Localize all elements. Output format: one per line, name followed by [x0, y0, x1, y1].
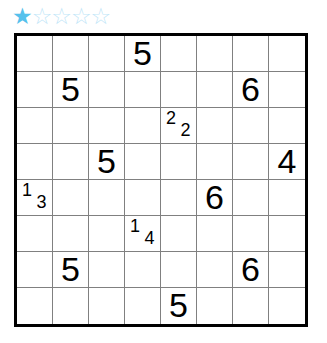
tapa-clue-number: 2 [181, 121, 191, 139]
cell-r8c5: 5 [161, 288, 197, 324]
cell-r2c5[interactable] [161, 72, 197, 108]
cell-r7c1[interactable] [17, 252, 53, 288]
cell-r5c4[interactable] [125, 180, 161, 216]
cell-r4c4[interactable] [125, 144, 161, 180]
tapa-clue-number: 5 [61, 252, 80, 286]
cell-r7c2: 5 [53, 252, 89, 288]
star-empty-icon: ☆ [71, 5, 91, 28]
cell-r3c7[interactable] [233, 108, 269, 144]
cell-r1c4: 5 [125, 36, 161, 72]
tapa-clue-number: 1 [130, 217, 140, 235]
cell-r4c8: 4 [269, 144, 305, 180]
cell-r5c2[interactable] [53, 180, 89, 216]
cell-r6c4: 14 [125, 216, 161, 252]
cell-r8c7[interactable] [233, 288, 269, 324]
cell-r8c2[interactable] [53, 288, 89, 324]
cell-r6c7[interactable] [233, 216, 269, 252]
cell-r7c6[interactable] [197, 252, 233, 288]
tapa-clue-number: 6 [241, 252, 260, 286]
cell-r2c6[interactable] [197, 72, 233, 108]
cell-r8c8[interactable] [269, 288, 305, 324]
cell-r5c1: 13 [17, 180, 53, 216]
cell-r1c6[interactable] [197, 36, 233, 72]
cell-r7c4[interactable] [125, 252, 161, 288]
cell-r3c4[interactable] [125, 108, 161, 144]
cell-r6c2[interactable] [53, 216, 89, 252]
cell-r7c5[interactable] [161, 252, 197, 288]
cell-r1c1[interactable] [17, 36, 53, 72]
cell-r1c2[interactable] [53, 36, 89, 72]
cell-r2c3[interactable] [89, 72, 125, 108]
cell-r4c3: 5 [89, 144, 125, 180]
cell-r5c7[interactable] [233, 180, 269, 216]
cell-r8c4[interactable] [125, 288, 161, 324]
cell-r8c3[interactable] [89, 288, 125, 324]
tapa-puzzle-page: ★☆☆☆☆ 556225413614565 [0, 0, 327, 343]
cell-r3c8[interactable] [269, 108, 305, 144]
cell-r4c2[interactable] [53, 144, 89, 180]
tapa-clue-number: 3 [37, 193, 47, 211]
cell-r1c5[interactable] [161, 36, 197, 72]
tapa-clue-number: 5 [133, 36, 152, 70]
cell-r8c1[interactable] [17, 288, 53, 324]
cell-r7c8[interactable] [269, 252, 305, 288]
difficulty-rating: ★☆☆☆☆ [12, 3, 110, 29]
star-empty-icon: ☆ [91, 5, 111, 28]
cell-r4c1[interactable] [17, 144, 53, 180]
cell-r1c7[interactable] [233, 36, 269, 72]
tapa-clue-number: 6 [205, 180, 224, 214]
cell-r2c2: 5 [53, 72, 89, 108]
cell-r3c1[interactable] [17, 108, 53, 144]
cell-r2c7: 6 [233, 72, 269, 108]
tapa-clue-number: 5 [61, 72, 80, 106]
cell-r3c5: 22 [161, 108, 197, 144]
cell-r6c8[interactable] [269, 216, 305, 252]
cell-r8c6[interactable] [197, 288, 233, 324]
star-filled-icon: ★ [12, 5, 32, 28]
cell-r3c3[interactable] [89, 108, 125, 144]
star-empty-icon: ☆ [51, 5, 71, 28]
cell-r1c3[interactable] [89, 36, 125, 72]
cell-r1c8[interactable] [269, 36, 305, 72]
cell-r2c8[interactable] [269, 72, 305, 108]
cell-r7c3[interactable] [89, 252, 125, 288]
cell-r4c6[interactable] [197, 144, 233, 180]
cell-r5c5[interactable] [161, 180, 197, 216]
cell-r3c2[interactable] [53, 108, 89, 144]
tapa-clue-number: 4 [145, 229, 155, 247]
cell-r4c5[interactable] [161, 144, 197, 180]
cell-r5c6: 6 [197, 180, 233, 216]
tapa-board: 556225413614565 [14, 33, 308, 327]
tapa-clue-number: 5 [169, 288, 188, 322]
tapa-clue-number: 6 [241, 72, 260, 106]
cell-r4c7[interactable] [233, 144, 269, 180]
cell-r7c7: 6 [233, 252, 269, 288]
tapa-clue-number: 4 [278, 144, 297, 178]
tapa-clue-number: 2 [166, 109, 176, 127]
cell-r6c6[interactable] [197, 216, 233, 252]
cell-r3c6[interactable] [197, 108, 233, 144]
star-empty-icon: ☆ [32, 5, 52, 28]
cell-r2c1[interactable] [17, 72, 53, 108]
cell-r5c8[interactable] [269, 180, 305, 216]
cell-r6c3[interactable] [89, 216, 125, 252]
tapa-clue-number: 1 [22, 181, 32, 199]
cell-r6c1[interactable] [17, 216, 53, 252]
cell-r2c4[interactable] [125, 72, 161, 108]
tapa-clue-number: 5 [97, 144, 116, 178]
cell-r6c5[interactable] [161, 216, 197, 252]
cell-r5c3[interactable] [89, 180, 125, 216]
